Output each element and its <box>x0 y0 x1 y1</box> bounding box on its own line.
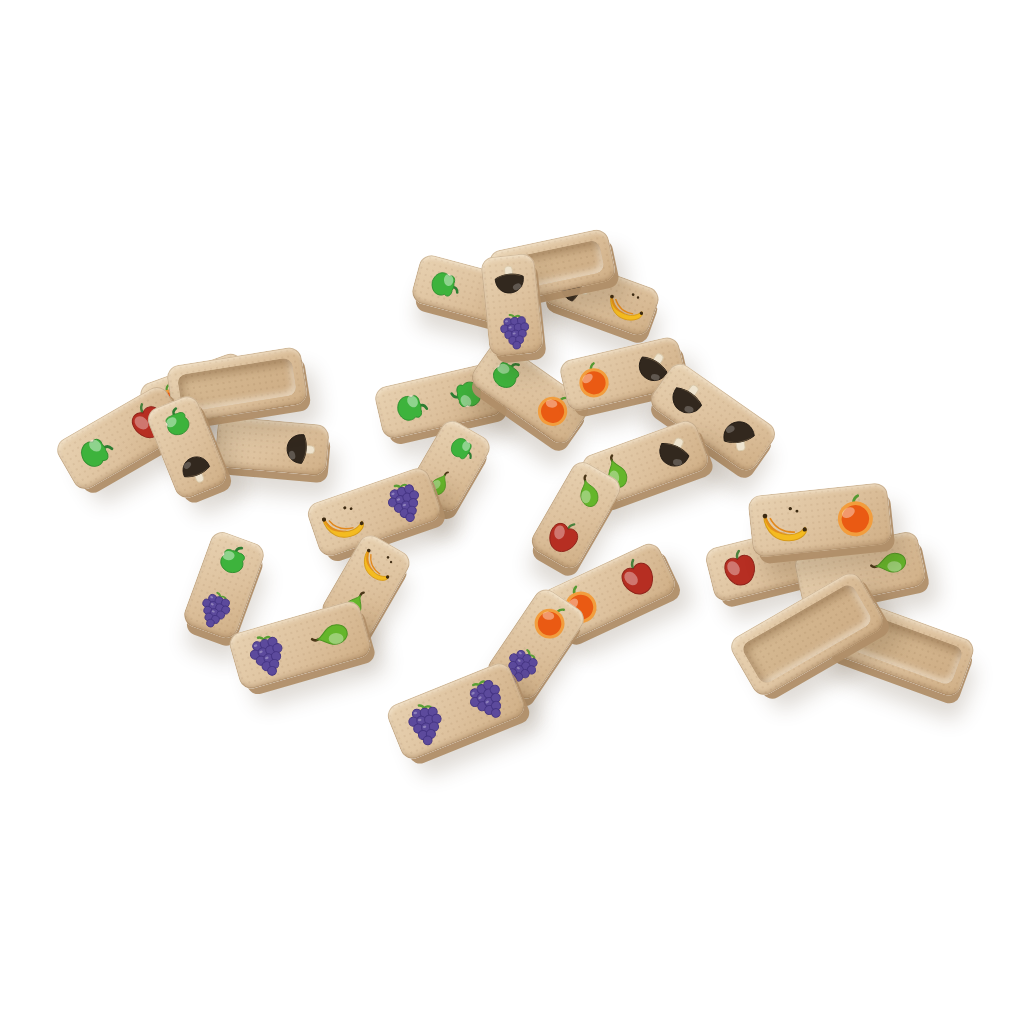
grapes-icon <box>188 582 243 635</box>
board <box>0 0 1024 1024</box>
apple-icon <box>606 547 671 610</box>
domino-grapes-grapes[interactable] <box>384 659 528 762</box>
mushroom-icon <box>169 443 223 495</box>
pear-icon <box>563 467 614 518</box>
banana-icon <box>604 283 651 328</box>
orange-icon <box>825 488 885 544</box>
grapes-icon <box>397 697 454 750</box>
cell-hidden <box>214 416 274 472</box>
banana-icon <box>755 496 815 552</box>
pear-icon <box>303 604 363 668</box>
grapes-icon <box>373 472 435 532</box>
cell-orange <box>558 349 629 413</box>
pepper-icon <box>417 257 468 310</box>
domino-hidden-mushroom[interactable] <box>214 416 330 477</box>
domino-pepper-grapes[interactable] <box>181 528 268 641</box>
mushroom-icon <box>277 425 322 472</box>
grapes-icon <box>492 307 538 352</box>
mushroom-icon <box>486 258 532 303</box>
grapes-icon <box>452 665 521 733</box>
pepper-icon <box>382 380 435 437</box>
cell-mushroom <box>480 252 539 307</box>
mushroom-icon <box>711 409 767 461</box>
cell-banana <box>747 489 823 558</box>
cell-pepper <box>373 375 445 441</box>
orange-icon <box>565 355 621 407</box>
cell-orange <box>817 482 893 551</box>
mushroom-icon <box>643 423 704 482</box>
domino-mushroom-grapes[interactable] <box>480 252 544 357</box>
tray-recess <box>740 582 874 686</box>
cell-grapes <box>485 302 544 357</box>
domino-grapes-pear[interactable] <box>227 598 374 691</box>
grapes-icon <box>235 624 299 684</box>
cell-mushroom <box>270 421 330 477</box>
